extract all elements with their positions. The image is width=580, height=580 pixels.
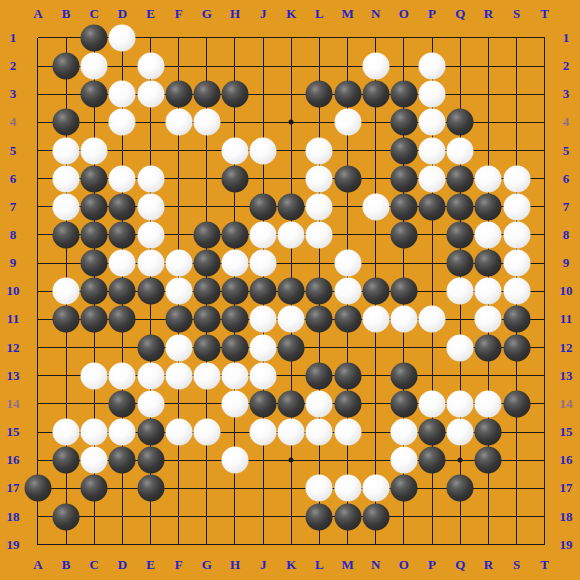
cell-D9[interactable] bbox=[108, 249, 136, 277]
cell-A18[interactable] bbox=[24, 502, 52, 530]
cell-J1[interactable] bbox=[249, 24, 277, 52]
cell-J13[interactable] bbox=[249, 362, 277, 390]
cell-Q2[interactable] bbox=[446, 52, 474, 80]
cell-C1[interactable] bbox=[80, 24, 108, 52]
cell-O11[interactable] bbox=[390, 305, 418, 333]
cell-D12[interactable] bbox=[108, 334, 136, 362]
cell-M16[interactable] bbox=[334, 446, 362, 474]
cell-D4[interactable] bbox=[108, 108, 136, 136]
cell-K17[interactable] bbox=[277, 474, 305, 502]
cell-O9[interactable] bbox=[390, 249, 418, 277]
cell-A11[interactable] bbox=[24, 305, 52, 333]
cell-M1[interactable] bbox=[334, 24, 362, 52]
cell-J7[interactable] bbox=[249, 193, 277, 221]
cell-M14[interactable] bbox=[334, 390, 362, 418]
cell-A5[interactable] bbox=[24, 136, 52, 164]
cell-S10[interactable] bbox=[502, 277, 530, 305]
cell-P14[interactable] bbox=[418, 390, 446, 418]
cell-R3[interactable] bbox=[474, 80, 502, 108]
cell-R15[interactable] bbox=[474, 418, 502, 446]
cell-S15[interactable] bbox=[502, 418, 530, 446]
cell-M3[interactable] bbox=[334, 80, 362, 108]
cell-P8[interactable] bbox=[418, 221, 446, 249]
cell-O2[interactable] bbox=[390, 52, 418, 80]
cell-A14[interactable] bbox=[24, 390, 52, 418]
cell-Q3[interactable] bbox=[446, 80, 474, 108]
cell-O7[interactable] bbox=[390, 193, 418, 221]
cell-C12[interactable] bbox=[80, 334, 108, 362]
cell-T9[interactable] bbox=[531, 249, 559, 277]
cell-D11[interactable] bbox=[108, 305, 136, 333]
cell-M7[interactable] bbox=[334, 193, 362, 221]
cell-E2[interactable] bbox=[136, 52, 164, 80]
cell-T10[interactable] bbox=[531, 277, 559, 305]
cell-B7[interactable] bbox=[52, 193, 80, 221]
cell-C16[interactable] bbox=[80, 446, 108, 474]
cell-L19[interactable] bbox=[305, 531, 333, 559]
cell-R7[interactable] bbox=[474, 193, 502, 221]
cell-J2[interactable] bbox=[249, 52, 277, 80]
cell-Q5[interactable] bbox=[446, 136, 474, 164]
cell-N12[interactable] bbox=[362, 334, 390, 362]
cell-O3[interactable] bbox=[390, 80, 418, 108]
cell-M12[interactable] bbox=[334, 334, 362, 362]
cell-T14[interactable] bbox=[531, 390, 559, 418]
cell-H6[interactable] bbox=[221, 165, 249, 193]
cell-Q16[interactable] bbox=[446, 446, 474, 474]
cell-M10[interactable] bbox=[334, 277, 362, 305]
cell-P4[interactable] bbox=[418, 108, 446, 136]
cell-S17[interactable] bbox=[502, 474, 530, 502]
cell-L5[interactable] bbox=[305, 136, 333, 164]
cell-T11[interactable] bbox=[531, 305, 559, 333]
cell-A19[interactable] bbox=[24, 531, 52, 559]
cell-O19[interactable] bbox=[390, 531, 418, 559]
cell-T8[interactable] bbox=[531, 221, 559, 249]
cell-J8[interactable] bbox=[249, 221, 277, 249]
cell-B3[interactable] bbox=[52, 80, 80, 108]
cell-B13[interactable] bbox=[52, 362, 80, 390]
cell-D7[interactable] bbox=[108, 193, 136, 221]
cell-M17[interactable] bbox=[334, 474, 362, 502]
cell-Q17[interactable] bbox=[446, 474, 474, 502]
cell-N16[interactable] bbox=[362, 446, 390, 474]
cell-O5[interactable] bbox=[390, 136, 418, 164]
cell-C19[interactable] bbox=[80, 531, 108, 559]
cell-G14[interactable] bbox=[193, 390, 221, 418]
cell-G4[interactable] bbox=[193, 108, 221, 136]
cell-N2[interactable] bbox=[362, 52, 390, 80]
cell-K7[interactable] bbox=[277, 193, 305, 221]
cell-Q7[interactable] bbox=[446, 193, 474, 221]
cell-H12[interactable] bbox=[221, 334, 249, 362]
cell-Q4[interactable] bbox=[446, 108, 474, 136]
cell-M13[interactable] bbox=[334, 362, 362, 390]
cell-J3[interactable] bbox=[249, 80, 277, 108]
cell-J11[interactable] bbox=[249, 305, 277, 333]
cell-K10[interactable] bbox=[277, 277, 305, 305]
cell-J6[interactable] bbox=[249, 165, 277, 193]
cell-S14[interactable] bbox=[502, 390, 530, 418]
cell-C7[interactable] bbox=[80, 193, 108, 221]
cell-T5[interactable] bbox=[531, 136, 559, 164]
cell-N10[interactable] bbox=[362, 277, 390, 305]
cell-F2[interactable] bbox=[165, 52, 193, 80]
cell-B16[interactable] bbox=[52, 446, 80, 474]
cell-F17[interactable] bbox=[165, 474, 193, 502]
cell-D2[interactable] bbox=[108, 52, 136, 80]
cell-E15[interactable] bbox=[136, 418, 164, 446]
cell-K1[interactable] bbox=[277, 24, 305, 52]
cell-L4[interactable] bbox=[305, 108, 333, 136]
cell-H19[interactable] bbox=[221, 531, 249, 559]
cell-J16[interactable] bbox=[249, 446, 277, 474]
cell-M9[interactable] bbox=[334, 249, 362, 277]
cell-A8[interactable] bbox=[24, 221, 52, 249]
cell-Q8[interactable] bbox=[446, 221, 474, 249]
cell-D1[interactable] bbox=[108, 24, 136, 52]
cell-R10[interactable] bbox=[474, 277, 502, 305]
cell-Q9[interactable] bbox=[446, 249, 474, 277]
cell-R18[interactable] bbox=[474, 502, 502, 530]
cell-D10[interactable] bbox=[108, 277, 136, 305]
cell-T17[interactable] bbox=[531, 474, 559, 502]
cell-J10[interactable] bbox=[249, 277, 277, 305]
cell-C10[interactable] bbox=[80, 277, 108, 305]
cell-A3[interactable] bbox=[24, 80, 52, 108]
cell-E7[interactable] bbox=[136, 193, 164, 221]
cell-E12[interactable] bbox=[136, 334, 164, 362]
cell-K15[interactable] bbox=[277, 418, 305, 446]
cell-S1[interactable] bbox=[502, 24, 530, 52]
cell-R11[interactable] bbox=[474, 305, 502, 333]
cell-P19[interactable] bbox=[418, 531, 446, 559]
cell-D8[interactable] bbox=[108, 221, 136, 249]
cell-K19[interactable] bbox=[277, 531, 305, 559]
cell-O8[interactable] bbox=[390, 221, 418, 249]
cell-F5[interactable] bbox=[165, 136, 193, 164]
cell-T12[interactable] bbox=[531, 334, 559, 362]
cell-F6[interactable] bbox=[165, 165, 193, 193]
cell-K5[interactable] bbox=[277, 136, 305, 164]
cell-K12[interactable] bbox=[277, 334, 305, 362]
cell-L6[interactable] bbox=[305, 165, 333, 193]
cell-H15[interactable] bbox=[221, 418, 249, 446]
cell-K6[interactable] bbox=[277, 165, 305, 193]
cell-D3[interactable] bbox=[108, 80, 136, 108]
cell-G9[interactable] bbox=[193, 249, 221, 277]
cell-N5[interactable] bbox=[362, 136, 390, 164]
cell-H17[interactable] bbox=[221, 474, 249, 502]
cell-H7[interactable] bbox=[221, 193, 249, 221]
cell-L13[interactable] bbox=[305, 362, 333, 390]
cell-J18[interactable] bbox=[249, 502, 277, 530]
cell-C9[interactable] bbox=[80, 249, 108, 277]
cell-L11[interactable] bbox=[305, 305, 333, 333]
cell-T7[interactable] bbox=[531, 193, 559, 221]
cell-B18[interactable] bbox=[52, 502, 80, 530]
cell-H14[interactable] bbox=[221, 390, 249, 418]
cell-R13[interactable] bbox=[474, 362, 502, 390]
cell-O15[interactable] bbox=[390, 418, 418, 446]
cell-A1[interactable] bbox=[24, 24, 52, 52]
cell-F19[interactable] bbox=[165, 531, 193, 559]
cell-D5[interactable] bbox=[108, 136, 136, 164]
cell-N3[interactable] bbox=[362, 80, 390, 108]
cell-K8[interactable] bbox=[277, 221, 305, 249]
cell-H13[interactable] bbox=[221, 362, 249, 390]
cell-E8[interactable] bbox=[136, 221, 164, 249]
cell-C13[interactable] bbox=[80, 362, 108, 390]
cell-D19[interactable] bbox=[108, 531, 136, 559]
cell-L12[interactable] bbox=[305, 334, 333, 362]
cell-E16[interactable] bbox=[136, 446, 164, 474]
cell-R2[interactable] bbox=[474, 52, 502, 80]
cell-E10[interactable] bbox=[136, 277, 164, 305]
cell-G17[interactable] bbox=[193, 474, 221, 502]
cell-O4[interactable] bbox=[390, 108, 418, 136]
cell-M6[interactable] bbox=[334, 165, 362, 193]
cell-L16[interactable] bbox=[305, 446, 333, 474]
cell-B11[interactable] bbox=[52, 305, 80, 333]
cell-F9[interactable] bbox=[165, 249, 193, 277]
cell-B19[interactable] bbox=[52, 531, 80, 559]
cell-N6[interactable] bbox=[362, 165, 390, 193]
cell-C5[interactable] bbox=[80, 136, 108, 164]
cell-O18[interactable] bbox=[390, 502, 418, 530]
cell-S6[interactable] bbox=[502, 165, 530, 193]
cell-R19[interactable] bbox=[474, 531, 502, 559]
cell-P18[interactable] bbox=[418, 502, 446, 530]
cell-Q13[interactable] bbox=[446, 362, 474, 390]
cell-A6[interactable] bbox=[24, 165, 52, 193]
cell-C15[interactable] bbox=[80, 418, 108, 446]
cell-F14[interactable] bbox=[165, 390, 193, 418]
cell-R5[interactable] bbox=[474, 136, 502, 164]
cell-N15[interactable] bbox=[362, 418, 390, 446]
cell-R17[interactable] bbox=[474, 474, 502, 502]
cell-H5[interactable] bbox=[221, 136, 249, 164]
cell-E4[interactable] bbox=[136, 108, 164, 136]
cell-S3[interactable] bbox=[502, 80, 530, 108]
cell-J15[interactable] bbox=[249, 418, 277, 446]
cell-K11[interactable] bbox=[277, 305, 305, 333]
cell-L8[interactable] bbox=[305, 221, 333, 249]
cell-Q11[interactable] bbox=[446, 305, 474, 333]
cell-K4[interactable] bbox=[277, 108, 305, 136]
cell-E13[interactable] bbox=[136, 362, 164, 390]
cell-K18[interactable] bbox=[277, 502, 305, 530]
cell-F8[interactable] bbox=[165, 221, 193, 249]
cell-L3[interactable] bbox=[305, 80, 333, 108]
cell-N7[interactable] bbox=[362, 193, 390, 221]
cell-J4[interactable] bbox=[249, 108, 277, 136]
cell-L14[interactable] bbox=[305, 390, 333, 418]
cell-O16[interactable] bbox=[390, 446, 418, 474]
cell-B10[interactable] bbox=[52, 277, 80, 305]
cell-M18[interactable] bbox=[334, 502, 362, 530]
cell-P1[interactable] bbox=[418, 24, 446, 52]
cell-N19[interactable] bbox=[362, 531, 390, 559]
cell-G6[interactable] bbox=[193, 165, 221, 193]
cell-H4[interactable] bbox=[221, 108, 249, 136]
cell-J9[interactable] bbox=[249, 249, 277, 277]
cell-A12[interactable] bbox=[24, 334, 52, 362]
cell-E5[interactable] bbox=[136, 136, 164, 164]
cell-C6[interactable] bbox=[80, 165, 108, 193]
cell-N9[interactable] bbox=[362, 249, 390, 277]
cell-S16[interactable] bbox=[502, 446, 530, 474]
cell-Q1[interactable] bbox=[446, 24, 474, 52]
cell-M2[interactable] bbox=[334, 52, 362, 80]
cell-B14[interactable] bbox=[52, 390, 80, 418]
cell-F3[interactable] bbox=[165, 80, 193, 108]
cell-F12[interactable] bbox=[165, 334, 193, 362]
cell-B8[interactable] bbox=[52, 221, 80, 249]
cell-P16[interactable] bbox=[418, 446, 446, 474]
cell-G18[interactable] bbox=[193, 502, 221, 530]
cell-F4[interactable] bbox=[165, 108, 193, 136]
cell-L9[interactable] bbox=[305, 249, 333, 277]
cell-P7[interactable] bbox=[418, 193, 446, 221]
cell-T16[interactable] bbox=[531, 446, 559, 474]
cell-R4[interactable] bbox=[474, 108, 502, 136]
cell-P9[interactable] bbox=[418, 249, 446, 277]
cell-B1[interactable] bbox=[52, 24, 80, 52]
cell-N13[interactable] bbox=[362, 362, 390, 390]
cell-H3[interactable] bbox=[221, 80, 249, 108]
cell-N8[interactable] bbox=[362, 221, 390, 249]
cell-H18[interactable] bbox=[221, 502, 249, 530]
cell-Q15[interactable] bbox=[446, 418, 474, 446]
cell-F13[interactable] bbox=[165, 362, 193, 390]
cell-H10[interactable] bbox=[221, 277, 249, 305]
cell-H9[interactable] bbox=[221, 249, 249, 277]
cell-S4[interactable] bbox=[502, 108, 530, 136]
cell-O14[interactable] bbox=[390, 390, 418, 418]
cell-P17[interactable] bbox=[418, 474, 446, 502]
cell-A15[interactable] bbox=[24, 418, 52, 446]
cell-T13[interactable] bbox=[531, 362, 559, 390]
cell-S8[interactable] bbox=[502, 221, 530, 249]
cell-G15[interactable] bbox=[193, 418, 221, 446]
cell-Q18[interactable] bbox=[446, 502, 474, 530]
cell-D6[interactable] bbox=[108, 165, 136, 193]
cell-P2[interactable] bbox=[418, 52, 446, 80]
cell-B5[interactable] bbox=[52, 136, 80, 164]
cell-D16[interactable] bbox=[108, 446, 136, 474]
cell-S5[interactable] bbox=[502, 136, 530, 164]
cell-D13[interactable] bbox=[108, 362, 136, 390]
cell-B12[interactable] bbox=[52, 334, 80, 362]
cell-K13[interactable] bbox=[277, 362, 305, 390]
cell-E19[interactable] bbox=[136, 531, 164, 559]
cell-T2[interactable] bbox=[531, 52, 559, 80]
cell-G13[interactable] bbox=[193, 362, 221, 390]
cell-K3[interactable] bbox=[277, 80, 305, 108]
cell-P6[interactable] bbox=[418, 165, 446, 193]
cell-N14[interactable] bbox=[362, 390, 390, 418]
cell-O12[interactable] bbox=[390, 334, 418, 362]
cell-P5[interactable] bbox=[418, 136, 446, 164]
cell-S18[interactable] bbox=[502, 502, 530, 530]
cell-M4[interactable] bbox=[334, 108, 362, 136]
cell-C11[interactable] bbox=[80, 305, 108, 333]
cell-E3[interactable] bbox=[136, 80, 164, 108]
cell-K9[interactable] bbox=[277, 249, 305, 277]
cell-L7[interactable] bbox=[305, 193, 333, 221]
cell-T6[interactable] bbox=[531, 165, 559, 193]
cell-F15[interactable] bbox=[165, 418, 193, 446]
cell-G8[interactable] bbox=[193, 221, 221, 249]
cell-B15[interactable] bbox=[52, 418, 80, 446]
cell-G16[interactable] bbox=[193, 446, 221, 474]
cell-T15[interactable] bbox=[531, 418, 559, 446]
cell-B17[interactable] bbox=[52, 474, 80, 502]
cell-N18[interactable] bbox=[362, 502, 390, 530]
cell-C3[interactable] bbox=[80, 80, 108, 108]
cell-A9[interactable] bbox=[24, 249, 52, 277]
cell-M8[interactable] bbox=[334, 221, 362, 249]
cell-R16[interactable] bbox=[474, 446, 502, 474]
cell-G7[interactable] bbox=[193, 193, 221, 221]
cell-E11[interactable] bbox=[136, 305, 164, 333]
cell-P13[interactable] bbox=[418, 362, 446, 390]
cell-G3[interactable] bbox=[193, 80, 221, 108]
cell-R9[interactable] bbox=[474, 249, 502, 277]
cell-A4[interactable] bbox=[24, 108, 52, 136]
cell-L18[interactable] bbox=[305, 502, 333, 530]
cell-C2[interactable] bbox=[80, 52, 108, 80]
cell-G19[interactable] bbox=[193, 531, 221, 559]
cell-O17[interactable] bbox=[390, 474, 418, 502]
cell-F7[interactable] bbox=[165, 193, 193, 221]
cell-S11[interactable] bbox=[502, 305, 530, 333]
cell-A13[interactable] bbox=[24, 362, 52, 390]
cell-G1[interactable] bbox=[193, 24, 221, 52]
cell-A2[interactable] bbox=[24, 52, 52, 80]
cell-L10[interactable] bbox=[305, 277, 333, 305]
cell-K14[interactable] bbox=[277, 390, 305, 418]
cell-P15[interactable] bbox=[418, 418, 446, 446]
cell-S7[interactable] bbox=[502, 193, 530, 221]
cell-F18[interactable] bbox=[165, 502, 193, 530]
cell-Q6[interactable] bbox=[446, 165, 474, 193]
cell-A10[interactable] bbox=[24, 277, 52, 305]
cell-O10[interactable] bbox=[390, 277, 418, 305]
cell-Q14[interactable] bbox=[446, 390, 474, 418]
cell-P10[interactable] bbox=[418, 277, 446, 305]
cell-H1[interactable] bbox=[221, 24, 249, 52]
cell-L2[interactable] bbox=[305, 52, 333, 80]
cell-M19[interactable] bbox=[334, 531, 362, 559]
cell-R8[interactable] bbox=[474, 221, 502, 249]
cell-P12[interactable] bbox=[418, 334, 446, 362]
cell-Q19[interactable] bbox=[446, 531, 474, 559]
cell-P11[interactable] bbox=[418, 305, 446, 333]
cell-D18[interactable] bbox=[108, 502, 136, 530]
cell-G10[interactable] bbox=[193, 277, 221, 305]
cell-S9[interactable] bbox=[502, 249, 530, 277]
cell-J19[interactable] bbox=[249, 531, 277, 559]
cell-C18[interactable] bbox=[80, 502, 108, 530]
cell-T18[interactable] bbox=[531, 502, 559, 530]
cell-D17[interactable] bbox=[108, 474, 136, 502]
cell-M5[interactable] bbox=[334, 136, 362, 164]
cell-F1[interactable] bbox=[165, 24, 193, 52]
cell-M15[interactable] bbox=[334, 418, 362, 446]
cell-H8[interactable] bbox=[221, 221, 249, 249]
